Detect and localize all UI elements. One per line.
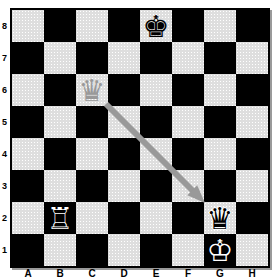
square-g6[interactable] [204,74,236,106]
square-a7[interactable] [12,42,44,74]
square-e6[interactable] [140,74,172,106]
square-b7[interactable] [44,42,76,74]
square-c2[interactable] [76,202,108,234]
square-e4[interactable] [140,138,172,170]
square-g7[interactable] [204,42,236,74]
file-label-c: C [76,268,108,280]
rank-label-5: 5 [0,106,9,138]
square-e8[interactable]: ♚ [140,10,172,42]
square-a2[interactable] [12,202,44,234]
square-c4[interactable] [76,138,108,170]
square-h8[interactable] [236,10,268,42]
piece-black-queen[interactable]: ♛ [204,202,236,234]
square-a4[interactable] [12,138,44,170]
square-b4[interactable] [44,138,76,170]
square-f8[interactable] [172,10,204,42]
file-label-a: A [12,268,44,280]
square-f7[interactable] [172,42,204,74]
file-label-b: B [44,268,76,280]
square-g3[interactable] [204,170,236,202]
square-e5[interactable] [140,106,172,138]
square-g2[interactable]: ♛ [204,202,236,234]
square-g8[interactable] [204,10,236,42]
rank-label-2: 2 [0,202,9,234]
square-b2[interactable]: ♖ [44,202,76,234]
square-d5[interactable] [108,106,140,138]
square-a8[interactable] [12,10,44,42]
square-b8[interactable] [44,10,76,42]
square-a6[interactable] [12,74,44,106]
square-e2[interactable] [140,202,172,234]
rank-label-7: 7 [0,42,9,74]
square-h2[interactable] [236,202,268,234]
square-d4[interactable] [108,138,140,170]
file-label-e: E [140,268,172,280]
square-d8[interactable] [108,10,140,42]
square-c8[interactable] [76,10,108,42]
rank-label-3: 3 [0,170,9,202]
square-e1[interactable] [140,234,172,266]
square-f5[interactable] [172,106,204,138]
square-f6[interactable] [172,74,204,106]
square-d2[interactable] [108,202,140,234]
file-labels: ABCDEFGH [12,268,268,280]
square-h3[interactable] [236,170,268,202]
square-d6[interactable] [108,74,140,106]
square-g4[interactable] [204,138,236,170]
square-d7[interactable] [108,42,140,74]
file-label-f: F [172,268,204,280]
piece-ghost-black-queen[interactable]: ♛ [76,74,108,106]
piece-white-king[interactable]: ♔ [204,234,236,266]
square-b1[interactable] [44,234,76,266]
square-h5[interactable] [236,106,268,138]
square-a3[interactable] [12,170,44,202]
board-frame: ♚♛♖♛♔ [10,8,270,268]
rank-label-1: 1 [0,234,9,266]
square-c5[interactable] [76,106,108,138]
square-b6[interactable] [44,74,76,106]
chess-board[interactable]: ♚♛♖♛♔ [12,10,268,266]
square-a1[interactable] [12,234,44,266]
square-a5[interactable] [12,106,44,138]
square-d3[interactable] [108,170,140,202]
rank-label-4: 4 [0,138,9,170]
square-f2[interactable] [172,202,204,234]
square-b3[interactable] [44,170,76,202]
rank-labels: 87654321 [0,10,10,266]
square-e3[interactable] [140,170,172,202]
file-label-h: H [236,268,268,280]
piece-white-rook[interactable]: ♖ [44,202,76,234]
square-f4[interactable] [172,138,204,170]
square-c7[interactable] [76,42,108,74]
file-label-d: D [108,268,140,280]
square-f3[interactable] [172,170,204,202]
square-c6[interactable]: ♛ [76,74,108,106]
square-c3[interactable] [76,170,108,202]
square-e7[interactable] [140,42,172,74]
piece-black-king[interactable]: ♚ [140,10,172,42]
chess-diagram: 87654321 ♚♛♖♛♔ ABCDEFGH [0,0,280,280]
square-h6[interactable] [236,74,268,106]
file-label-g: G [204,268,236,280]
square-g1[interactable]: ♔ [204,234,236,266]
rank-label-8: 8 [0,10,9,42]
square-h4[interactable] [236,138,268,170]
square-d1[interactable] [108,234,140,266]
square-f1[interactable] [172,234,204,266]
rank-label-6: 6 [0,74,9,106]
square-c1[interactable] [76,234,108,266]
square-g5[interactable] [204,106,236,138]
square-h1[interactable] [236,234,268,266]
square-h7[interactable] [236,42,268,74]
square-b5[interactable] [44,106,76,138]
